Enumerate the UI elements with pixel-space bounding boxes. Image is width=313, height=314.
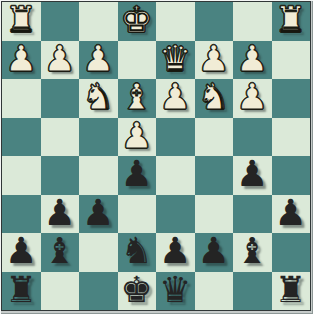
square-e5[interactable]: ♟: [118, 156, 157, 195]
white-bishop: ♝: [121, 79, 153, 115]
square-g8[interactable]: [41, 272, 80, 311]
square-c3[interactable]: ♞: [195, 79, 234, 118]
square-d1[interactable]: [156, 2, 195, 41]
square-h3[interactable]: [2, 79, 41, 118]
black-rook: ♜: [5, 272, 37, 308]
square-f2[interactable]: ♟: [79, 41, 118, 80]
white-rook: ♜: [275, 2, 307, 38]
white-rook: ♜: [5, 2, 37, 38]
square-d7[interactable]: ♟: [156, 233, 195, 272]
square-e8[interactable]: ♚: [118, 272, 157, 311]
white-pawn: ♟: [121, 118, 153, 154]
square-b7[interactable]: ♝: [233, 233, 272, 272]
square-c2[interactable]: ♟: [195, 41, 234, 80]
square-c5[interactable]: [195, 156, 234, 195]
square-d3[interactable]: ♟: [156, 79, 195, 118]
white-pawn: ♟: [5, 41, 37, 77]
square-g3[interactable]: [41, 79, 80, 118]
white-pawn: ♟: [236, 41, 268, 77]
square-e3[interactable]: ♝: [118, 79, 157, 118]
square-h5[interactable]: [2, 156, 41, 195]
square-a2[interactable]: [272, 41, 311, 80]
white-queen: ♛: [159, 41, 191, 77]
black-bishop: ♝: [236, 233, 268, 269]
square-f5[interactable]: [79, 156, 118, 195]
square-a7[interactable]: [272, 233, 311, 272]
square-h4[interactable]: [2, 118, 41, 157]
black-pawn: ♟: [5, 233, 37, 269]
square-b8[interactable]: [233, 272, 272, 311]
black-king: ♚: [121, 272, 153, 308]
square-g1[interactable]: [41, 2, 80, 41]
black-pawn: ♟: [44, 195, 76, 231]
square-b6[interactable]: [233, 195, 272, 234]
square-f6[interactable]: ♟: [79, 195, 118, 234]
square-e1[interactable]: ♚: [118, 2, 157, 41]
square-d6[interactable]: [156, 195, 195, 234]
square-h7[interactable]: ♟: [2, 233, 41, 272]
square-b3[interactable]: ♟: [233, 79, 272, 118]
square-e7[interactable]: ♞: [118, 233, 157, 272]
square-h1[interactable]: ♜: [2, 2, 41, 41]
square-b4[interactable]: [233, 118, 272, 157]
square-e6[interactable]: [118, 195, 157, 234]
square-g6[interactable]: ♟: [41, 195, 80, 234]
black-rook: ♜: [275, 272, 307, 308]
square-h2[interactable]: ♟: [2, 41, 41, 80]
white-pawn: ♟: [159, 79, 191, 115]
square-c8[interactable]: [195, 272, 234, 311]
square-f4[interactable]: [79, 118, 118, 157]
square-a4[interactable]: [272, 118, 311, 157]
square-c4[interactable]: [195, 118, 234, 157]
black-bishop: ♝: [44, 233, 76, 269]
black-pawn: ♟: [121, 156, 153, 192]
white-pawn: ♟: [82, 41, 114, 77]
white-knight: ♞: [198, 79, 230, 115]
square-b1[interactable]: [233, 2, 272, 41]
black-pawn: ♟: [82, 195, 114, 231]
square-g7[interactable]: ♝: [41, 233, 80, 272]
square-h8[interactable]: ♜: [2, 272, 41, 311]
square-g5[interactable]: [41, 156, 80, 195]
square-a3[interactable]: [272, 79, 311, 118]
square-f8[interactable]: [79, 272, 118, 311]
square-e4[interactable]: ♟: [118, 118, 157, 157]
square-d4[interactable]: [156, 118, 195, 157]
square-d5[interactable]: [156, 156, 195, 195]
square-g2[interactable]: ♟: [41, 41, 80, 80]
black-queen: ♛: [159, 272, 191, 308]
square-h6[interactable]: [2, 195, 41, 234]
square-f1[interactable]: [79, 2, 118, 41]
white-pawn: ♟: [44, 41, 76, 77]
white-pawn: ♟: [236, 79, 268, 115]
square-a6[interactable]: ♟: [272, 195, 311, 234]
square-b5[interactable]: ♟: [233, 156, 272, 195]
black-pawn: ♟: [159, 233, 191, 269]
black-pawn: ♟: [198, 233, 230, 269]
white-knight: ♞: [82, 79, 114, 115]
black-pawn: ♟: [275, 195, 307, 231]
square-c6[interactable]: [195, 195, 234, 234]
white-pawn: ♟: [198, 41, 230, 77]
square-d2[interactable]: ♛: [156, 41, 195, 80]
square-d8[interactable]: ♛: [156, 272, 195, 311]
square-f7[interactable]: [79, 233, 118, 272]
square-c7[interactable]: ♟: [195, 233, 234, 272]
chess-board: ♜♚♜♟♟♟♛♟♟♞♝♟♞♟♟♟♟♟♟♟♟♝♞♟♟♝♜♚♛♜: [2, 2, 310, 310]
square-a8[interactable]: ♜: [272, 272, 311, 311]
square-f3[interactable]: ♞: [79, 79, 118, 118]
square-c1[interactable]: [195, 2, 234, 41]
black-knight: ♞: [121, 233, 153, 269]
square-a1[interactable]: ♜: [272, 2, 311, 41]
square-a5[interactable]: [272, 156, 311, 195]
square-e2[interactable]: [118, 41, 157, 80]
white-king: ♚: [121, 2, 153, 38]
square-g4[interactable]: [41, 118, 80, 157]
chess-diagram: ♜♚♜♟♟♟♛♟♟♞♝♟♞♟♟♟♟♟♟♟♟♝♞♟♟♝♜♚♛♜: [0, 0, 313, 314]
black-pawn: ♟: [236, 156, 268, 192]
square-b2[interactable]: ♟: [233, 41, 272, 80]
